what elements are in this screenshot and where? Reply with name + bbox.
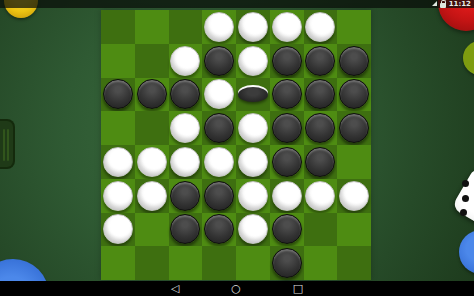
handle-groove	[7, 129, 9, 161]
game-table-screen: 11:12 ◁ ○ □	[0, 0, 474, 296]
white-disc	[170, 46, 200, 76]
black-disc	[204, 46, 234, 76]
recents-icon[interactable]: □	[293, 281, 303, 296]
board-cell-1-0[interactable]	[101, 44, 135, 78]
black-disc	[170, 79, 200, 109]
handle-groove	[3, 129, 5, 161]
white-disc	[238, 147, 268, 177]
black-disc	[339, 46, 369, 76]
black-disc	[305, 147, 335, 177]
board-cell-4-7[interactable]	[337, 145, 371, 179]
drawer-handle[interactable]	[0, 119, 15, 169]
black-disc	[272, 214, 302, 244]
green-chip[interactable]	[463, 41, 474, 75]
white-disc	[137, 181, 167, 211]
status-time: 11:12	[449, 0, 471, 8]
black-disc	[170, 181, 200, 211]
black-disc	[272, 79, 302, 109]
board-cell-6-5[interactable]	[270, 213, 304, 247]
status-bar: 11:12	[0, 0, 474, 8]
board-cell-0-5[interactable]	[270, 10, 304, 44]
board-cell-5-3[interactable]	[202, 179, 236, 213]
board-cell-7-3[interactable]	[202, 246, 236, 280]
black-disc	[305, 113, 335, 143]
flipping-disc	[238, 79, 268, 109]
lock-icon	[440, 3, 446, 8]
board-cell-3-0[interactable]	[101, 111, 135, 145]
die-pip	[462, 195, 469, 202]
board-cell-0-2[interactable]	[169, 10, 203, 44]
white-disc	[103, 214, 133, 244]
white-disc	[305, 181, 335, 211]
board-cell-3-1[interactable]	[135, 111, 169, 145]
board-cell-3-3[interactable]	[202, 111, 236, 145]
board-cell-1-1[interactable]	[135, 44, 169, 78]
board-cell-5-5[interactable]	[270, 179, 304, 213]
board-cell-7-4[interactable]	[236, 246, 270, 280]
white-disc	[170, 147, 200, 177]
board-cell-0-4[interactable]	[236, 10, 270, 44]
board-cell-4-1[interactable]	[135, 145, 169, 179]
board-cell-5-7[interactable]	[337, 179, 371, 213]
white-disc	[238, 181, 268, 211]
black-disc	[305, 79, 335, 109]
back-icon[interactable]: ◁	[171, 281, 179, 296]
board-cell-0-3[interactable]	[202, 10, 236, 44]
white-disc	[238, 214, 268, 244]
board-cell-0-6[interactable]	[304, 10, 338, 44]
board-cell-6-0[interactable]	[101, 213, 135, 247]
black-disc	[272, 46, 302, 76]
white-disc	[204, 147, 234, 177]
blue-chip-right[interactable]	[459, 230, 474, 274]
board-cell-1-6[interactable]	[304, 44, 338, 78]
board-cell-7-1[interactable]	[135, 246, 169, 280]
white-disc	[272, 181, 302, 211]
board-cell-4-3[interactable]	[202, 145, 236, 179]
white-disc	[238, 113, 268, 143]
white-disc	[137, 147, 167, 177]
home-icon[interactable]: ○	[231, 281, 241, 296]
board-cell-1-2[interactable]	[169, 44, 203, 78]
board-cell-2-0[interactable]	[101, 78, 135, 112]
white-disc	[238, 46, 268, 76]
board-cell-4-6[interactable]	[304, 145, 338, 179]
white-disc	[272, 12, 302, 42]
board-cell-2-1[interactable]	[135, 78, 169, 112]
board-cell-0-7[interactable]	[337, 10, 371, 44]
black-disc	[339, 113, 369, 143]
board-cell-1-7[interactable]	[337, 44, 371, 78]
board-cell-3-6[interactable]	[304, 111, 338, 145]
board-cell-3-5[interactable]	[270, 111, 304, 145]
white-disc	[238, 12, 268, 42]
board-cell-4-0[interactable]	[101, 145, 135, 179]
board-cell-2-4[interactable]	[236, 78, 270, 112]
board-cell-1-5[interactable]	[270, 44, 304, 78]
board-cell-3-2[interactable]	[169, 111, 203, 145]
board-cell-4-5[interactable]	[270, 145, 304, 179]
black-disc	[305, 46, 335, 76]
board-cell-7-6[interactable]	[304, 246, 338, 280]
board-cell-7-2[interactable]	[169, 246, 203, 280]
reversi-board	[101, 10, 371, 280]
board-cell-0-0[interactable]	[101, 10, 135, 44]
board-cell-1-4[interactable]	[236, 44, 270, 78]
board-cell-6-3[interactable]	[202, 213, 236, 247]
board-cell-2-6[interactable]	[304, 78, 338, 112]
black-disc	[204, 181, 234, 211]
black-disc	[103, 79, 133, 109]
white-disc	[339, 181, 369, 211]
black-disc	[170, 214, 200, 244]
board-cell-7-5[interactable]	[270, 246, 304, 280]
black-disc	[204, 113, 234, 143]
board-cell-0-1[interactable]	[135, 10, 169, 44]
black-disc	[137, 79, 167, 109]
board-cell-5-6[interactable]	[304, 179, 338, 213]
board-cell-4-4[interactable]	[236, 145, 270, 179]
board-cell-2-2[interactable]	[169, 78, 203, 112]
board-cell-5-4[interactable]	[236, 179, 270, 213]
board-cell-6-6[interactable]	[304, 213, 338, 247]
flipping-disc-black-face	[238, 87, 268, 102]
dice[interactable]	[440, 165, 474, 235]
white-disc	[204, 12, 234, 42]
black-disc	[272, 248, 302, 278]
board-cell-6-1[interactable]	[135, 213, 169, 247]
white-disc	[204, 79, 234, 109]
signal-icon	[432, 1, 437, 6]
board-cell-6-4[interactable]	[236, 213, 270, 247]
white-disc	[103, 147, 133, 177]
black-disc	[204, 214, 234, 244]
white-disc	[305, 12, 335, 42]
navigation-bar: ◁ ○ □	[0, 281, 474, 296]
board-cell-7-7[interactable]	[337, 246, 371, 280]
board-cell-2-3[interactable]	[202, 78, 236, 112]
black-disc	[272, 113, 302, 143]
black-disc	[272, 147, 302, 177]
board-cell-5-1[interactable]	[135, 179, 169, 213]
die-pip	[462, 180, 469, 187]
board-cell-5-2[interactable]	[169, 179, 203, 213]
board-cell-3-4[interactable]	[236, 111, 270, 145]
board-cell-4-2[interactable]	[169, 145, 203, 179]
board-cell-6-7[interactable]	[337, 213, 371, 247]
white-disc	[103, 181, 133, 211]
board-cell-5-0[interactable]	[101, 179, 135, 213]
board-cell-2-5[interactable]	[270, 78, 304, 112]
board-cell-1-3[interactable]	[202, 44, 236, 78]
board-cell-6-2[interactable]	[169, 213, 203, 247]
die-pip	[460, 209, 467, 216]
board-cell-2-7[interactable]	[337, 78, 371, 112]
board-cell-3-7[interactable]	[337, 111, 371, 145]
white-disc	[170, 113, 200, 143]
black-disc	[339, 79, 369, 109]
board-cell-7-0[interactable]	[101, 246, 135, 280]
